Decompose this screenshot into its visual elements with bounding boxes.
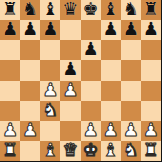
square-g3[interactable]	[121, 101, 141, 121]
piece-white-pawn-f2[interactable]: ♟	[103, 121, 119, 139]
square-e2[interactable]: ♟	[81, 121, 101, 141]
square-e6[interactable]: ♟	[81, 40, 101, 60]
piece-white-pawn-b2[interactable]: ♟	[22, 121, 38, 139]
square-e5[interactable]	[81, 60, 101, 80]
piece-black-pawn-g7[interactable]: ♟	[123, 20, 139, 38]
square-f4[interactable]	[101, 81, 121, 101]
square-d1[interactable]: ♛	[60, 141, 80, 161]
square-e7[interactable]	[81, 20, 101, 40]
piece-white-knight-g1[interactable]: ♞	[123, 141, 139, 159]
square-e1[interactable]: ♚	[81, 141, 101, 161]
square-c5[interactable]	[40, 60, 60, 80]
square-g1[interactable]: ♞	[121, 141, 141, 161]
square-g6[interactable]	[121, 40, 141, 60]
square-f2[interactable]: ♟	[101, 121, 121, 141]
piece-white-pawn-e2[interactable]: ♟	[82, 121, 98, 139]
chess-board: ♜♞♝♛♚♝♞♜♟♟♟♟♟♟♟♟♟♟♞♟♟♟♟♟♟♜♝♛♚♝♞♜	[0, 0, 162, 162]
piece-black-rook-a8[interactable]: ♜	[2, 0, 18, 18]
piece-black-pawn-h7[interactable]: ♟	[143, 20, 159, 38]
square-h3[interactable]	[141, 101, 161, 121]
piece-white-rook-h1[interactable]: ♜	[143, 141, 159, 159]
square-a1[interactable]: ♜	[0, 141, 20, 161]
piece-black-rook-h8[interactable]: ♜	[143, 0, 159, 18]
square-g7[interactable]: ♟	[121, 20, 141, 40]
piece-black-queen-d8[interactable]: ♛	[62, 0, 78, 18]
square-d7[interactable]	[60, 20, 80, 40]
square-e8[interactable]: ♚	[81, 0, 101, 20]
square-f7[interactable]: ♟	[101, 20, 121, 40]
square-a6[interactable]	[0, 40, 20, 60]
square-g5[interactable]	[121, 60, 141, 80]
square-f3[interactable]	[101, 101, 121, 121]
piece-black-pawn-e6[interactable]: ♟	[82, 40, 98, 58]
piece-white-pawn-a2[interactable]: ♟	[2, 121, 18, 139]
piece-black-pawn-c7[interactable]: ♟	[42, 20, 58, 38]
piece-black-pawn-f7[interactable]: ♟	[103, 20, 119, 38]
piece-white-pawn-h2[interactable]: ♟	[143, 121, 159, 139]
piece-white-pawn-d4[interactable]: ♟	[62, 81, 78, 99]
piece-white-bishop-c1[interactable]: ♝	[42, 141, 58, 159]
square-b8[interactable]: ♞	[20, 0, 40, 20]
square-e3[interactable]	[81, 101, 101, 121]
piece-black-pawn-b7[interactable]: ♟	[22, 20, 38, 38]
square-f5[interactable]	[101, 60, 121, 80]
square-b5[interactable]	[20, 60, 40, 80]
square-d4[interactable]: ♟	[60, 81, 80, 101]
piece-black-bishop-c8[interactable]: ♝	[42, 0, 58, 18]
square-a7[interactable]: ♟	[0, 20, 20, 40]
piece-black-pawn-d5[interactable]: ♟	[62, 60, 78, 78]
square-d2[interactable]	[60, 121, 80, 141]
piece-black-bishop-f8[interactable]: ♝	[103, 0, 119, 18]
square-f1[interactable]: ♝	[101, 141, 121, 161]
square-h4[interactable]	[141, 81, 161, 101]
square-a8[interactable]: ♜	[0, 0, 20, 20]
piece-white-rook-a1[interactable]: ♜	[2, 141, 18, 159]
square-b1[interactable]	[20, 141, 40, 161]
square-b7[interactable]: ♟	[20, 20, 40, 40]
square-h8[interactable]: ♜	[141, 0, 161, 20]
square-d5[interactable]: ♟	[60, 60, 80, 80]
square-h5[interactable]	[141, 60, 161, 80]
square-h1[interactable]: ♜	[141, 141, 161, 161]
square-b6[interactable]	[20, 40, 40, 60]
piece-white-pawn-c4[interactable]: ♟	[42, 81, 58, 99]
square-h2[interactable]: ♟	[141, 121, 161, 141]
square-a4[interactable]	[0, 81, 20, 101]
square-g4[interactable]	[121, 81, 141, 101]
square-b4[interactable]	[20, 81, 40, 101]
square-c1[interactable]: ♝	[40, 141, 60, 161]
piece-white-knight-c3[interactable]: ♞	[42, 101, 58, 119]
square-c8[interactable]: ♝	[40, 0, 60, 20]
square-c3[interactable]: ♞	[40, 101, 60, 121]
square-h6[interactable]	[141, 40, 161, 60]
square-h7[interactable]: ♟	[141, 20, 161, 40]
square-b3[interactable]	[20, 101, 40, 121]
square-f6[interactable]	[101, 40, 121, 60]
piece-white-pawn-g2[interactable]: ♟	[123, 121, 139, 139]
square-a2[interactable]: ♟	[0, 121, 20, 141]
square-c2[interactable]	[40, 121, 60, 141]
piece-white-bishop-f1[interactable]: ♝	[103, 141, 119, 159]
square-e4[interactable]	[81, 81, 101, 101]
square-d3[interactable]	[60, 101, 80, 121]
piece-white-king-e1[interactable]: ♚	[82, 141, 98, 159]
piece-black-knight-g8[interactable]: ♞	[123, 0, 139, 18]
piece-black-pawn-a7[interactable]: ♟	[2, 20, 18, 38]
square-c6[interactable]	[40, 40, 60, 60]
square-c4[interactable]: ♟	[40, 81, 60, 101]
square-b2[interactable]: ♟	[20, 121, 40, 141]
piece-black-knight-b8[interactable]: ♞	[22, 0, 38, 18]
square-a5[interactable]	[0, 60, 20, 80]
square-f8[interactable]: ♝	[101, 0, 121, 20]
square-c7[interactable]: ♟	[40, 20, 60, 40]
square-g8[interactable]: ♞	[121, 0, 141, 20]
piece-black-king-e8[interactable]: ♚	[82, 0, 98, 18]
square-a3[interactable]	[0, 101, 20, 121]
square-d8[interactable]: ♛	[60, 0, 80, 20]
piece-white-queen-d1[interactable]: ♛	[62, 141, 78, 159]
square-d6[interactable]	[60, 40, 80, 60]
square-g2[interactable]: ♟	[121, 121, 141, 141]
